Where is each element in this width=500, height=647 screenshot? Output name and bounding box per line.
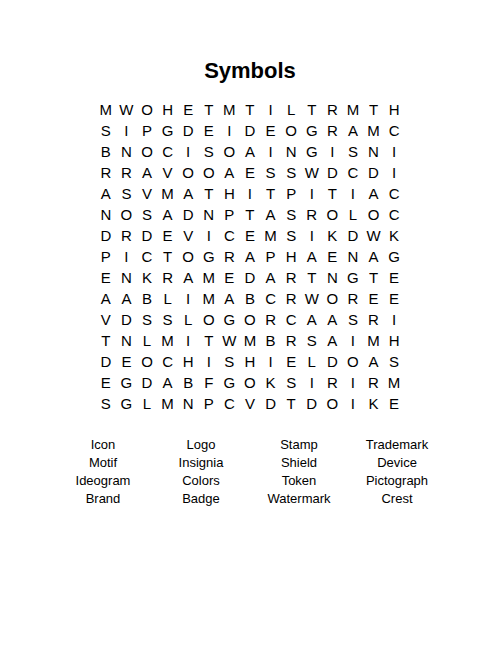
grid-cell[interactable]: K (260, 372, 281, 393)
grid-cell[interactable]: O (363, 204, 384, 225)
grid-cell[interactable]: G (343, 267, 364, 288)
grid-cell[interactable]: A (219, 162, 240, 183)
grid-cell[interactable]: I (322, 141, 343, 162)
grid-cell[interactable]: O (198, 309, 219, 330)
grid-cell[interactable]: D (178, 204, 199, 225)
grid-cell[interactable]: R (116, 225, 137, 246)
grid-cell[interactable]: M (363, 120, 384, 141)
grid-cell[interactable]: O (240, 309, 261, 330)
grid-cell[interactable]: E (384, 267, 405, 288)
word-list-column: LogoInsigniaColorsBadge (152, 436, 250, 507)
grid-cell[interactable]: V (178, 225, 199, 246)
word-list-item: Shield (250, 454, 348, 472)
grid-cell[interactable]: M (219, 99, 240, 120)
grid-cell[interactable]: R (96, 162, 117, 183)
grid-cell[interactable]: T (281, 393, 302, 414)
grid-cell[interactable]: I (301, 183, 322, 204)
grid-cell[interactable]: K (322, 225, 343, 246)
grid-cell[interactable]: D (116, 309, 137, 330)
word-list: IconMotifIdeogramBrandLogoInsigniaColors… (54, 436, 446, 507)
grid-cell[interactable]: E (363, 288, 384, 309)
grid-cell[interactable]: D (322, 351, 343, 372)
grid-cell[interactable]: E (198, 120, 219, 141)
grid-cell[interactable]: S (116, 183, 137, 204)
grid-cell[interactable]: A (322, 309, 343, 330)
grid-cell[interactable]: R (281, 267, 302, 288)
grid-cell[interactable]: B (137, 288, 158, 309)
grid-cell[interactable]: I (301, 225, 322, 246)
word-list-item: Pictograph (348, 472, 446, 490)
grid-cell[interactable]: C (137, 246, 158, 267)
grid-cell[interactable]: C (384, 204, 405, 225)
grid-cell[interactable]: M (343, 99, 364, 120)
grid-cell[interactable]: H (219, 183, 240, 204)
grid-cell[interactable]: M (157, 183, 178, 204)
grid-cell[interactable]: G (219, 372, 240, 393)
word-list-item: Trademark (348, 436, 446, 454)
grid-cell[interactable]: C (219, 225, 240, 246)
grid-cell[interactable]: C (384, 183, 405, 204)
grid-cell[interactable]: T (260, 183, 281, 204)
grid-cell[interactable]: O (137, 141, 158, 162)
grid-cell[interactable]: T (198, 99, 219, 120)
grid-cell[interactable]: S (96, 120, 117, 141)
word-search-page: Symbols MWOHETMTILTRMTHSIPGDEIDEOGRAMCBN… (0, 58, 500, 647)
grid-cell[interactable]: M (96, 99, 117, 120)
grid-cell[interactable]: I (116, 120, 137, 141)
grid-cell[interactable]: L (137, 330, 158, 351)
grid-cell[interactable]: P (260, 246, 281, 267)
grid-cell[interactable]: V (240, 393, 261, 414)
grid-cell[interactable]: M (157, 330, 178, 351)
grid-cell[interactable]: F (198, 372, 219, 393)
grid-cell[interactable]: H (240, 351, 261, 372)
grid-cell[interactable]: A (301, 246, 322, 267)
word-list-item: Icon (54, 436, 152, 454)
grid-cell[interactable]: A (343, 120, 364, 141)
grid-cell[interactable]: D (178, 120, 199, 141)
grid-cell[interactable]: D (96, 351, 117, 372)
grid-cell[interactable]: A (240, 246, 261, 267)
grid-cell[interactable]: P (219, 204, 240, 225)
grid-cell[interactable]: V (137, 183, 158, 204)
grid-cell[interactable]: T (363, 267, 384, 288)
grid-cell[interactable]: A (96, 288, 117, 309)
grid-cell[interactable]: R (116, 162, 137, 183)
grid-cell[interactable]: S (137, 204, 158, 225)
grid-cell[interactable]: O (137, 351, 158, 372)
grid-cell[interactable]: T (198, 330, 219, 351)
grid-cell[interactable]: R (219, 246, 240, 267)
grid-cell[interactable]: I (343, 183, 364, 204)
grid-cell[interactable]: A (116, 288, 137, 309)
grid-cell[interactable]: W (301, 162, 322, 183)
grid-cell[interactable]: S (281, 225, 302, 246)
grid-cell[interactable]: B (260, 330, 281, 351)
grid-cell[interactable]: E (384, 288, 405, 309)
word-list-column: StampShieldTokenWatermark (250, 436, 348, 507)
grid-cell[interactable]: N (116, 267, 137, 288)
grid-cell[interactable]: C (157, 141, 178, 162)
grid-cell[interactable]: D (260, 393, 281, 414)
grid-cell[interactable]: S (281, 162, 302, 183)
grid-cell[interactable]: R (281, 330, 302, 351)
grid-cell[interactable]: M (240, 330, 261, 351)
grid-cell[interactable]: N (198, 204, 219, 225)
grid-cell[interactable]: A (219, 288, 240, 309)
grid-cell[interactable]: G (301, 141, 322, 162)
grid-cell[interactable]: D (96, 225, 117, 246)
grid-cell[interactable]: I (198, 225, 219, 246)
grid-cell[interactable]: L (301, 351, 322, 372)
grid-cell[interactable]: E (240, 162, 261, 183)
word-list-item: Motif (54, 454, 152, 472)
grid-cell[interactable]: I (178, 330, 199, 351)
grid-cell[interactable]: T (363, 99, 384, 120)
grid-cell[interactable]: S (343, 309, 364, 330)
grid-cell[interactable]: H (384, 99, 405, 120)
grid-cell[interactable]: C (384, 120, 405, 141)
grid-cell[interactable]: I (178, 141, 199, 162)
grid-cell[interactable]: E (384, 393, 405, 414)
letter-grid: MWOHETMTILTRMTHSIPGDEIDEOGRAMCBNOCISOAIN… (96, 99, 405, 414)
grid-cell[interactable]: D (240, 120, 261, 141)
grid-cell[interactable]: O (240, 372, 261, 393)
grid-cell[interactable]: T (198, 183, 219, 204)
grid-cell[interactable]: S (157, 309, 178, 330)
grid-cell[interactable]: M (260, 225, 281, 246)
grid-cell[interactable]: M (157, 393, 178, 414)
grid-cell[interactable]: O (322, 288, 343, 309)
grid-cell[interactable]: G (157, 120, 178, 141)
grid-cell[interactable]: I (219, 120, 240, 141)
grid-cell[interactable]: P (198, 393, 219, 414)
grid-cell[interactable]: A (260, 204, 281, 225)
grid-cell[interactable]: A (363, 183, 384, 204)
grid-cell[interactable]: R (322, 99, 343, 120)
grid-cell[interactable]: O (322, 393, 343, 414)
word-list-item: Ideogram (54, 472, 152, 490)
grid-cell[interactable]: I (260, 351, 281, 372)
grid-cell[interactable]: E (96, 372, 117, 393)
grid-cell[interactable]: A (363, 246, 384, 267)
grid-cell[interactable]: S (260, 162, 281, 183)
grid-cell[interactable]: R (363, 309, 384, 330)
grid-cell[interactable]: N (96, 204, 117, 225)
grid-cell[interactable]: R (322, 372, 343, 393)
word-list-item: Badge (152, 490, 250, 508)
grid-cell[interactable]: G (198, 246, 219, 267)
grid-cell[interactable]: O (178, 162, 199, 183)
grid-cell[interactable]: G (116, 393, 137, 414)
word-list-item: Stamp (250, 436, 348, 454)
grid-cell[interactable]: R (157, 267, 178, 288)
grid-cell[interactable]: A (322, 330, 343, 351)
grid-cell[interactable]: A (178, 267, 199, 288)
grid-cell[interactable]: I (343, 330, 364, 351)
grid-cell[interactable]: N (343, 246, 364, 267)
grid-cell[interactable]: O (281, 120, 302, 141)
grid-cell[interactable]: W (301, 288, 322, 309)
grid-cell[interactable]: H (281, 246, 302, 267)
grid-cell[interactable]: C (219, 393, 240, 414)
grid-cell[interactable]: G (301, 120, 322, 141)
grid-cell[interactable]: A (137, 162, 158, 183)
word-list-item: Watermark (250, 490, 348, 508)
grid-cell[interactable]: C (281, 309, 302, 330)
grid-cell[interactable]: A (240, 141, 261, 162)
grid-cell[interactable]: O (322, 204, 343, 225)
grid-cell[interactable]: E (96, 267, 117, 288)
grid-cell[interactable]: O (137, 99, 158, 120)
grid-cell[interactable]: T (96, 330, 117, 351)
grid-cell[interactable]: M (384, 372, 405, 393)
grid-cell[interactable]: V (157, 162, 178, 183)
grid-cell[interactable]: H (384, 330, 405, 351)
grid-cell[interactable]: H (157, 99, 178, 120)
grid-cell[interactable]: M (363, 330, 384, 351)
grid-cell[interactable]: W (219, 330, 240, 351)
grid-cell[interactable]: S (343, 141, 364, 162)
grid-cell[interactable]: E (240, 225, 261, 246)
grid-cell[interactable]: S (281, 372, 302, 393)
grid-cell[interactable]: I (343, 393, 364, 414)
grid-cell[interactable]: S (384, 351, 405, 372)
word-list-item: Colors (152, 472, 250, 490)
grid-cell[interactable]: B (178, 372, 199, 393)
grid-cell[interactable]: T (301, 99, 322, 120)
grid-cell[interactable]: N (281, 141, 302, 162)
grid-cell[interactable]: L (343, 204, 364, 225)
grid-cell[interactable]: D (137, 372, 158, 393)
grid-cell[interactable]: N (178, 393, 199, 414)
grid-cell[interactable]: N (116, 141, 137, 162)
grid-cell[interactable]: N (363, 141, 384, 162)
grid-cell[interactable]: M (198, 288, 219, 309)
grid-cell[interactable]: T (322, 183, 343, 204)
grid-cell[interactable]: I (198, 351, 219, 372)
grid-cell[interactable]: E (116, 351, 137, 372)
grid-cell[interactable]: A (301, 309, 322, 330)
grid-cell[interactable]: E (219, 267, 240, 288)
grid-cell[interactable]: I (178, 288, 199, 309)
grid-cell[interactable]: O (116, 204, 137, 225)
grid-cell[interactable]: T (240, 99, 261, 120)
grid-cell[interactable]: N (116, 330, 137, 351)
grid-cell[interactable]: E (157, 225, 178, 246)
puzzle-title: Symbols (0, 58, 500, 84)
grid-cell[interactable]: I (384, 309, 405, 330)
grid-cell[interactable]: A (260, 267, 281, 288)
grid-cell[interactable]: W (363, 225, 384, 246)
grid-cell[interactable]: A (157, 372, 178, 393)
grid-cell[interactable]: C (157, 351, 178, 372)
grid-cell[interactable]: P (281, 183, 302, 204)
grid-cell[interactable]: B (96, 141, 117, 162)
grid-cell[interactable]: E (260, 120, 281, 141)
grid-cell[interactable]: O (343, 351, 364, 372)
word-list-item: Crest (348, 490, 446, 508)
grid-cell[interactable]: S (281, 204, 302, 225)
grid-cell[interactable]: P (137, 120, 158, 141)
grid-cell[interactable]: I (116, 246, 137, 267)
grid-cell[interactable]: G (219, 309, 240, 330)
grid-cell[interactable]: W (116, 99, 137, 120)
grid-cell[interactable]: C (343, 162, 364, 183)
grid-cell[interactable]: D (363, 162, 384, 183)
word-list-column: IconMotifIdeogramBrand (54, 436, 152, 507)
word-list-item: Token (250, 472, 348, 490)
grid-cell[interactable]: D (343, 225, 364, 246)
grid-cell[interactable]: N (322, 267, 343, 288)
word-list-item: Insignia (152, 454, 250, 472)
grid-cell[interactable]: I (343, 372, 364, 393)
grid-cell[interactable]: R (363, 372, 384, 393)
grid-cell[interactable]: A (96, 183, 117, 204)
grid-cell[interactable]: O (198, 162, 219, 183)
grid-cell[interactable]: L (281, 99, 302, 120)
grid-cell[interactable]: I (301, 372, 322, 393)
grid-cell[interactable]: S (198, 141, 219, 162)
grid-cell[interactable]: I (384, 162, 405, 183)
grid-cell[interactable]: K (363, 393, 384, 414)
grid-cell[interactable]: D (301, 393, 322, 414)
grid-cell[interactable]: S (96, 393, 117, 414)
grid-cell[interactable]: L (157, 288, 178, 309)
grid-cell[interactable]: K (384, 225, 405, 246)
grid-cell[interactable]: H (178, 351, 199, 372)
grid-cell[interactable]: M (198, 267, 219, 288)
grid-cell[interactable]: B (240, 288, 261, 309)
grid-cell[interactable]: A (178, 183, 199, 204)
grid-cell[interactable]: E (322, 246, 343, 267)
grid-cell[interactable]: A (363, 351, 384, 372)
grid-cell[interactable]: L (137, 393, 158, 414)
grid-cell[interactable]: L (178, 309, 199, 330)
word-list-item: Device (348, 454, 446, 472)
grid-cell[interactable]: I (260, 141, 281, 162)
grid-cell[interactable]: S (219, 351, 240, 372)
grid-cell[interactable]: E (281, 351, 302, 372)
grid-cell[interactable]: I (240, 183, 261, 204)
grid-cell[interactable]: R (343, 288, 364, 309)
grid-cell[interactable]: G (116, 372, 137, 393)
grid-cell[interactable]: C (260, 288, 281, 309)
grid-cell[interactable]: T (157, 246, 178, 267)
word-list-item: Logo (152, 436, 250, 454)
grid-cell[interactable]: A (157, 204, 178, 225)
word-list-item: Brand (54, 490, 152, 508)
grid-cell[interactable]: O (219, 141, 240, 162)
grid-cell[interactable]: I (260, 99, 281, 120)
grid-cell[interactable]: V (96, 309, 117, 330)
grid-cell[interactable]: D (240, 267, 261, 288)
word-list-column: TrademarkDevicePictographCrest (348, 436, 446, 507)
grid-cell[interactable]: O (178, 246, 199, 267)
grid-cell[interactable]: G (384, 246, 405, 267)
grid-cell[interactable]: R (260, 309, 281, 330)
grid-cell[interactable]: T (301, 267, 322, 288)
grid-cell[interactable]: R (281, 288, 302, 309)
grid-cell[interactable]: R (301, 204, 322, 225)
grid-cell[interactable]: P (96, 246, 117, 267)
grid-cell[interactable]: K (137, 267, 158, 288)
grid-cell[interactable]: S (301, 330, 322, 351)
grid-cell[interactable]: S (137, 309, 158, 330)
grid-cell[interactable]: E (178, 99, 199, 120)
grid-cell[interactable]: T (240, 204, 261, 225)
grid-cell[interactable]: I (384, 141, 405, 162)
grid-cell[interactable]: R (322, 120, 343, 141)
grid-cell[interactable]: D (137, 225, 158, 246)
grid-cell[interactable]: D (322, 162, 343, 183)
